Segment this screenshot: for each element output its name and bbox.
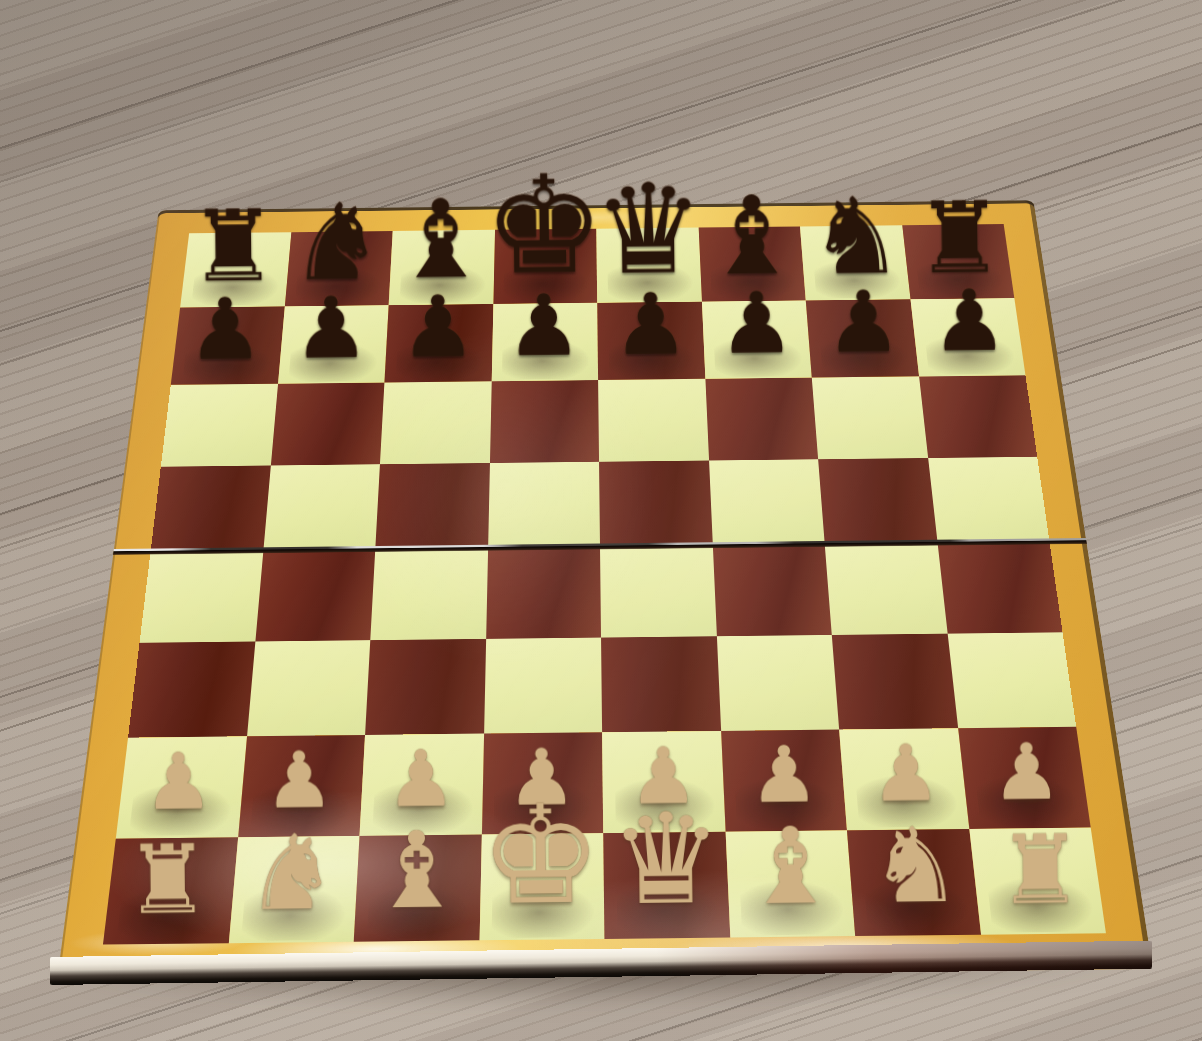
piece-white-pawn[interactable]: ♟ [386, 742, 456, 817]
piece-white-knight[interactable]: ♞ [868, 817, 962, 917]
square-c3[interactable] [365, 638, 486, 734]
square-d4[interactable] [486, 547, 601, 638]
piece-white-pawn[interactable]: ♟ [264, 743, 334, 818]
piece-white-rook[interactable]: ♜ [124, 834, 210, 925]
square-d1[interactable]: ♚ [479, 833, 604, 941]
chess-board: ♜♞♝♚♛♝♞♜♟♟♟♟♟♟♟♟♟♟♟♟♟♟♟♟♜♞♝♚♛♝♞♜ [57, 200, 1153, 981]
perspective-wrapper: ♜♞♝♚♛♝♞♜♟♟♟♟♟♟♟♟♟♟♟♟♟♟♟♟♜♞♝♚♛♝♞♜ [94, 41, 1105, 1041]
piece-white-bishop[interactable]: ♝ [369, 820, 465, 922]
piece-white-bishop[interactable]: ♝ [743, 816, 839, 918]
square-g4[interactable] [825, 543, 947, 634]
piece-white-pawn[interactable]: ♟ [143, 745, 213, 820]
square-c1[interactable]: ♝ [354, 834, 482, 942]
square-a1[interactable]: ♜ [103, 837, 238, 945]
square-c4[interactable] [370, 548, 487, 640]
square-a3[interactable] [128, 641, 255, 738]
piece-white-knight[interactable]: ♞ [245, 824, 339, 924]
piece-white-king[interactable]: ♚ [479, 790, 602, 921]
square-b1[interactable]: ♞ [228, 835, 359, 943]
square-g1[interactable]: ♞ [847, 829, 981, 937]
square-f3[interactable] [716, 635, 839, 731]
piece-white-rook[interactable]: ♜ [997, 824, 1083, 915]
square-e3[interactable] [601, 636, 721, 732]
square-b4[interactable] [255, 550, 375, 642]
square-g3[interactable] [832, 633, 958, 729]
photo-scene: ♜♞♝♚♛♝♞♜♟♟♟♟♟♟♟♟♟♟♟♟♟♟♟♟♜♞♝♚♛♝♞♜ [0, 0, 1202, 1041]
square-f1[interactable]: ♝ [725, 830, 855, 938]
square-h3[interactable] [947, 632, 1076, 728]
square-b3[interactable] [247, 640, 371, 737]
square-d3[interactable] [484, 637, 603, 733]
piece-white-pawn[interactable]: ♟ [870, 737, 940, 812]
square-h1[interactable]: ♜ [969, 827, 1106, 935]
square-e1[interactable]: ♛ [603, 831, 730, 939]
piece-white-pawn[interactable]: ♟ [992, 735, 1062, 810]
piece-white-queen[interactable]: ♛ [609, 799, 723, 919]
piece-white-pawn[interactable]: ♟ [749, 738, 819, 813]
